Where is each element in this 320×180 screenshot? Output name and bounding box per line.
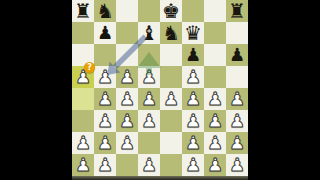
square-d1[interactable]: ♟ <box>138 154 160 176</box>
square-f3[interactable]: ♟ <box>182 110 204 132</box>
black-knight: ♞ <box>94 0 116 22</box>
white-pawn: ♟ <box>72 154 94 176</box>
square-g2[interactable]: ♟ <box>204 132 226 154</box>
square-h1[interactable]: ♟ <box>226 154 248 176</box>
square-g3[interactable]: ♟ <box>204 110 226 132</box>
square-a7[interactable] <box>72 22 94 44</box>
square-a8[interactable]: ♜ <box>72 0 94 22</box>
white-pawn: ♟ <box>204 132 226 154</box>
letterbox-right <box>248 0 320 180</box>
square-f6[interactable]: ♟ <box>182 44 204 66</box>
white-pawn: ♟ <box>182 154 204 176</box>
square-c8[interactable] <box>116 0 138 22</box>
square-d5[interactable]: ♟ <box>138 66 160 88</box>
square-g1[interactable]: ♟ <box>204 154 226 176</box>
square-b5[interactable]: ♟ <box>94 66 116 88</box>
square-d7[interactable]: ♝ <box>138 22 160 44</box>
square-g5[interactable] <box>204 66 226 88</box>
square-b3[interactable]: ♟ <box>94 110 116 132</box>
square-b2[interactable]: ♟ <box>94 132 116 154</box>
square-h6[interactable]: ♟ <box>226 44 248 66</box>
square-a1[interactable]: ♟ <box>72 154 94 176</box>
square-f8[interactable] <box>182 0 204 22</box>
square-d4[interactable]: ♟ <box>138 88 160 110</box>
white-pawn: ♟ <box>226 110 248 132</box>
white-pawn: ♟ <box>94 110 116 132</box>
square-a5[interactable]: ♟? <box>72 66 94 88</box>
white-pawn: ♟ <box>138 88 160 110</box>
square-e1[interactable] <box>160 154 182 176</box>
square-d8[interactable] <box>138 0 160 22</box>
square-a3[interactable] <box>72 110 94 132</box>
square-c2[interactable]: ♟ <box>116 132 138 154</box>
black-queen: ♛ <box>182 22 204 44</box>
square-g4[interactable]: ♟ <box>204 88 226 110</box>
square-b7[interactable]: ♟ <box>94 22 116 44</box>
square-e6[interactable] <box>160 44 182 66</box>
square-g6[interactable] <box>204 44 226 66</box>
square-c3[interactable]: ♟ <box>116 110 138 132</box>
square-c1[interactable] <box>116 154 138 176</box>
chess-board: ♜♞♚♜♟♝♞♛♟♟♟?♟♟♟♟♟♟♟♟♟♟♟♟♟♟♟♟♟♟♟♟♟♟♟♟♟♟♟♟… <box>72 0 248 180</box>
black-rook: ♜ <box>72 0 94 22</box>
white-pawn: ♟ <box>182 110 204 132</box>
white-pawn: ♟ <box>94 66 116 88</box>
white-pawn: ♟ <box>94 88 116 110</box>
square-b6[interactable] <box>94 44 116 66</box>
black-pawn: ♟ <box>226 44 248 66</box>
square-h2[interactable]: ♟ <box>226 132 248 154</box>
square-c5[interactable]: ♟ <box>116 66 138 88</box>
square-e7[interactable]: ♞ <box>160 22 182 44</box>
black-king: ♚ <box>160 0 182 22</box>
square-h3[interactable]: ♟ <box>226 110 248 132</box>
square-b8[interactable]: ♞ <box>94 0 116 22</box>
black-pawn: ♟ <box>94 22 116 44</box>
square-e5[interactable] <box>160 66 182 88</box>
square-f2[interactable]: ♟ <box>182 132 204 154</box>
black-knight: ♞ <box>160 22 182 44</box>
white-pawn: ♟ <box>204 88 226 110</box>
square-a2[interactable]: ♟ <box>72 132 94 154</box>
white-pawn: ♟ <box>116 66 138 88</box>
black-rook: ♜ <box>226 0 248 22</box>
white-pawn: ♟ <box>226 88 248 110</box>
white-pawn: ♟ <box>160 88 182 110</box>
square-a4[interactable] <box>72 88 94 110</box>
white-pawn: ♟ <box>226 132 248 154</box>
square-e4[interactable]: ♟ <box>160 88 182 110</box>
white-pawn: ♟ <box>116 132 138 154</box>
board-bottom-edge <box>72 176 248 180</box>
video-frame: ♜♞♚♜♟♝♞♛♟♟♟?♟♟♟♟♟♟♟♟♟♟♟♟♟♟♟♟♟♟♟♟♟♟♟♟♟♟♟♟… <box>0 0 320 180</box>
square-e2[interactable] <box>160 132 182 154</box>
square-h8[interactable]: ♜ <box>226 0 248 22</box>
white-pawn: ♟ <box>94 154 116 176</box>
white-pawn: ♟ <box>138 110 160 132</box>
square-f5[interactable]: ♟ <box>182 66 204 88</box>
black-pawn: ♟ <box>182 44 204 66</box>
white-pawn: ♟ <box>182 66 204 88</box>
square-c7[interactable] <box>116 22 138 44</box>
white-pawn: ♟ <box>116 88 138 110</box>
square-b1[interactable]: ♟ <box>94 154 116 176</box>
square-f7[interactable]: ♛ <box>182 22 204 44</box>
square-f4[interactable]: ♟ <box>182 88 204 110</box>
white-pawn: ♟ <box>204 154 226 176</box>
letterbox-left <box>0 0 72 180</box>
square-c6[interactable] <box>116 44 138 66</box>
black-bishop: ♝ <box>138 22 160 44</box>
square-c4[interactable]: ♟ <box>116 88 138 110</box>
square-e8[interactable]: ♚ <box>160 0 182 22</box>
white-pawn: ♟ <box>138 66 160 88</box>
square-d3[interactable]: ♟ <box>138 110 160 132</box>
white-pawn: ♟ <box>204 110 226 132</box>
white-pawn: ♟ <box>182 88 204 110</box>
board-grid: ♜♞♚♜♟♝♞♛♟♟♟?♟♟♟♟♟♟♟♟♟♟♟♟♟♟♟♟♟♟♟♟♟♟♟♟♟♟♟♟… <box>72 0 248 176</box>
white-pawn: ♟ <box>138 154 160 176</box>
square-d6[interactable] <box>138 44 160 66</box>
square-h5[interactable] <box>226 66 248 88</box>
square-e3[interactable] <box>160 110 182 132</box>
square-g8[interactable] <box>204 0 226 22</box>
white-pawn: ♟ <box>72 132 94 154</box>
square-f1[interactable]: ♟ <box>182 154 204 176</box>
white-pawn: ♟ <box>116 110 138 132</box>
square-d2[interactable] <box>138 132 160 154</box>
white-pawn: ♟ <box>226 154 248 176</box>
square-g7[interactable] <box>204 22 226 44</box>
white-pawn: ♟ <box>94 132 116 154</box>
square-h4[interactable]: ♟ <box>226 88 248 110</box>
square-h7[interactable] <box>226 22 248 44</box>
square-b4[interactable]: ♟ <box>94 88 116 110</box>
mistake-badge: ? <box>84 62 95 73</box>
white-pawn: ♟ <box>182 132 204 154</box>
